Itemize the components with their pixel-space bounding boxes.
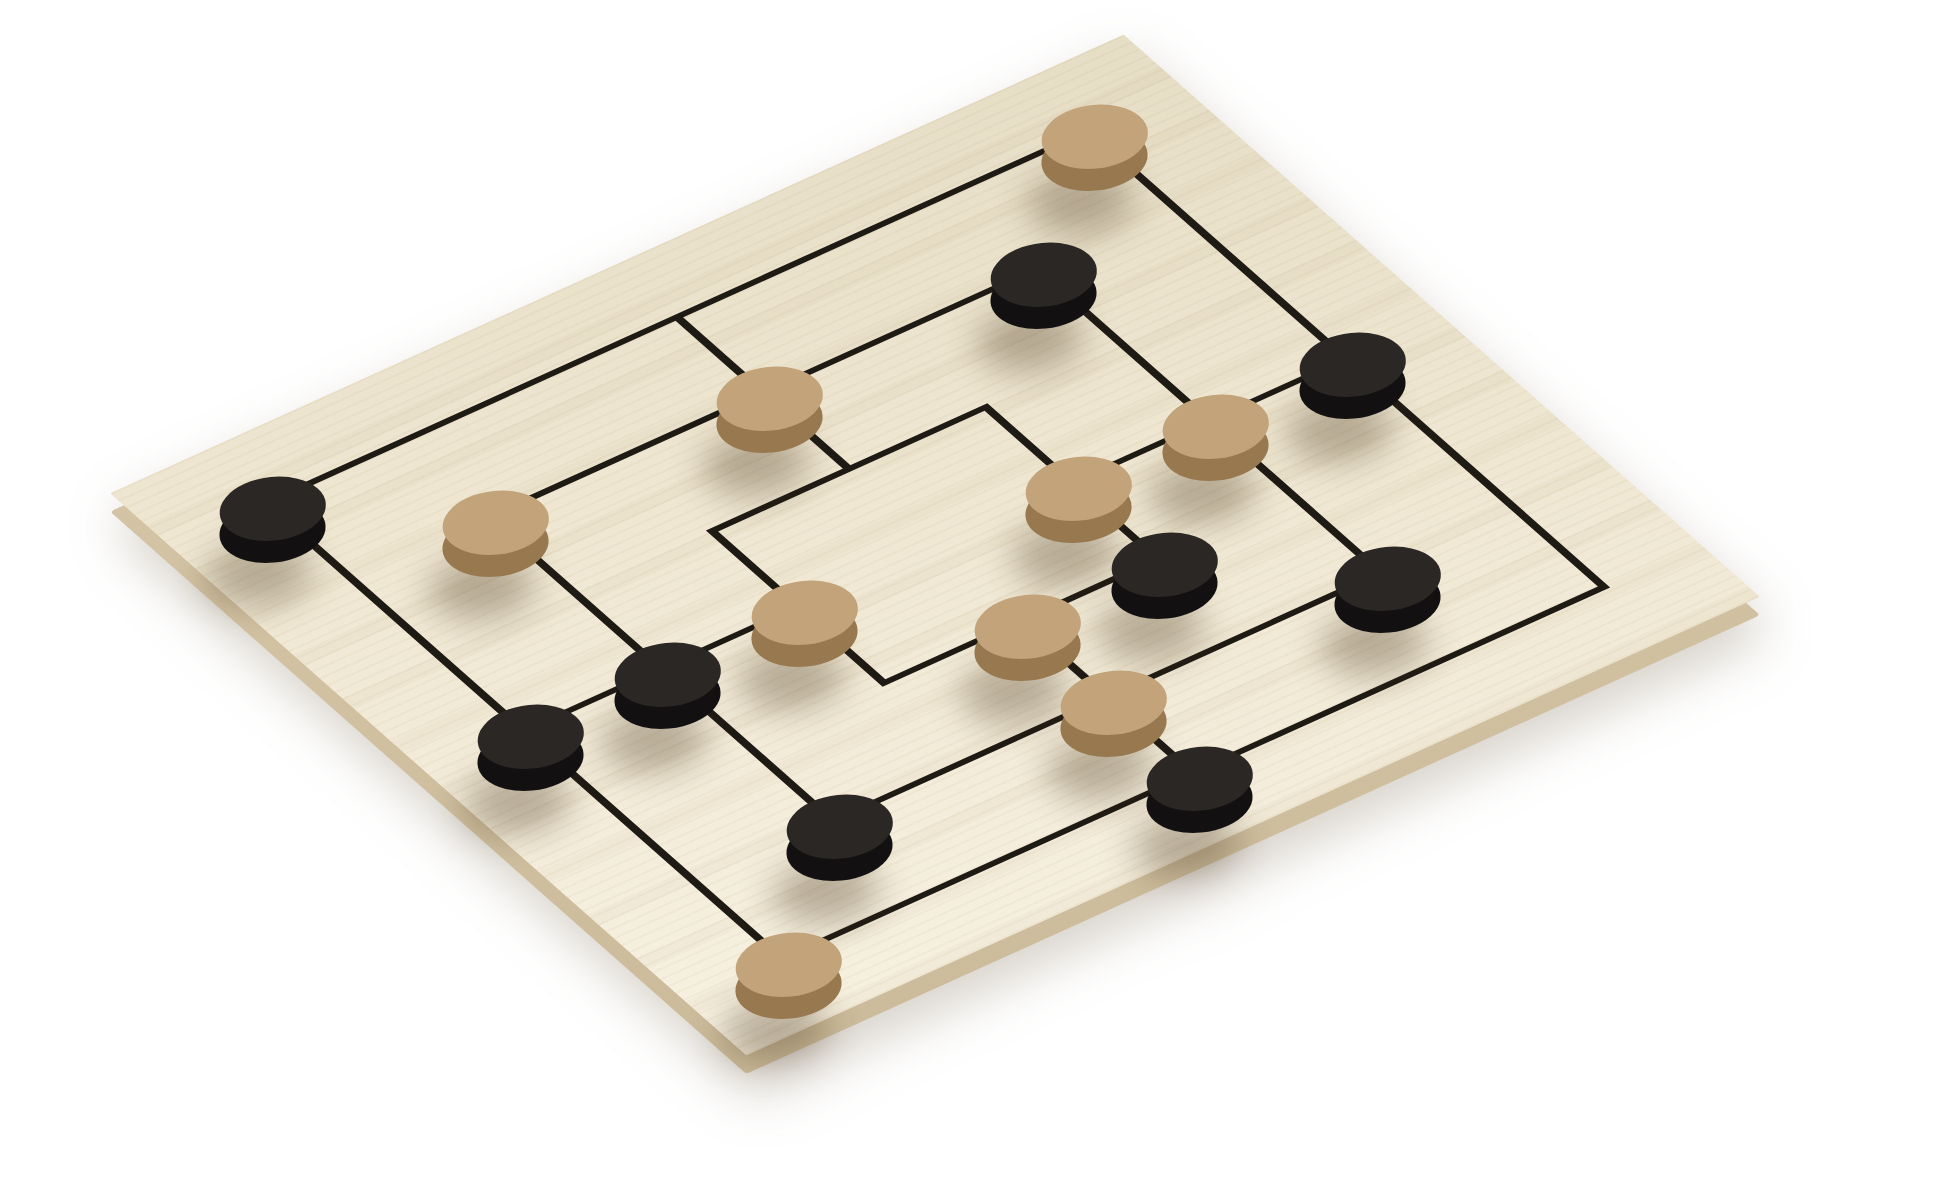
- morris-board: ●●●●●●●●●●●●●●●●●●●●●●●●●●●●●●●●●●●●: [266, 131, 1604, 959]
- pieces-layer: ●●●●●●●●●●●●●●●●●●●●●●●●●●●●●●●●●●●●: [266, 131, 1604, 959]
- photo-background: ●●●●●●●●●●●●●●●●●●●●●●●●●●●●●●●●●●●●: [0, 0, 1957, 1200]
- board-perspective-wrap: ●●●●●●●●●●●●●●●●●●●●●●●●●●●●●●●●●●●●: [0, 0, 1957, 1200]
